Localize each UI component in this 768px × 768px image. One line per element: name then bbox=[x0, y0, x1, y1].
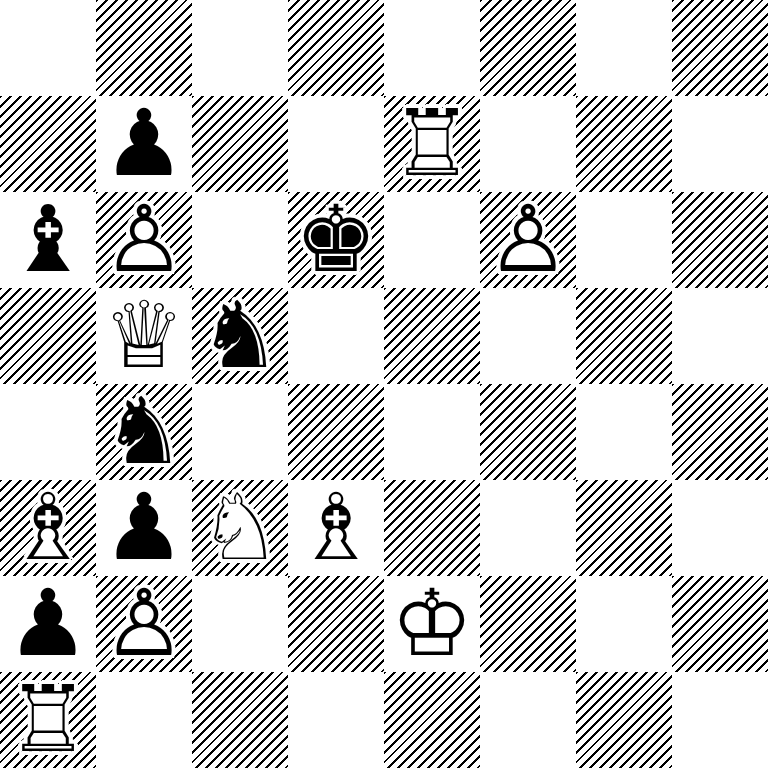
piece-black-pawn[interactable]: ♟♟ bbox=[96, 480, 192, 576]
piece-white-pawn[interactable]: ♟♙ bbox=[480, 192, 576, 288]
square-a4[interactable] bbox=[0, 384, 96, 480]
square-b7[interactable]: ♟♟ bbox=[96, 96, 192, 192]
piece-glyph: ♙ bbox=[480, 192, 576, 288]
square-e8[interactable] bbox=[384, 0, 480, 96]
square-g5[interactable] bbox=[576, 288, 672, 384]
piece-glyph: ♚ bbox=[288, 192, 384, 288]
square-e1[interactable] bbox=[384, 672, 480, 768]
square-h3[interactable] bbox=[672, 480, 768, 576]
piece-white-bishop[interactable]: ♝♗ bbox=[288, 480, 384, 576]
square-c7[interactable] bbox=[192, 96, 288, 192]
square-c2[interactable] bbox=[192, 576, 288, 672]
piece-white-king[interactable]: ♚♔ bbox=[384, 576, 480, 672]
piece-glyph: ♞ bbox=[96, 384, 192, 480]
piece-white-pawn[interactable]: ♟♙ bbox=[96, 576, 192, 672]
piece-glyph: ♘ bbox=[192, 480, 288, 576]
piece-black-king[interactable]: ♚♚ bbox=[288, 192, 384, 288]
square-g1[interactable] bbox=[576, 672, 672, 768]
square-b8[interactable] bbox=[96, 0, 192, 96]
piece-black-pawn[interactable]: ♟♟ bbox=[0, 576, 96, 672]
piece-glyph: ♖ bbox=[384, 96, 480, 192]
chess-board: ♟♟♜♖♝♝♟♙♚♚♟♙♛♕♞♞♞♞♝♗♟♟♞♘♝♗♟♟♟♙♚♔♜♖ bbox=[0, 0, 768, 768]
piece-black-knight[interactable]: ♞♞ bbox=[192, 288, 288, 384]
square-e2[interactable]: ♚♔ bbox=[384, 576, 480, 672]
piece-white-rook[interactable]: ♜♖ bbox=[384, 96, 480, 192]
square-c3[interactable]: ♞♘ bbox=[192, 480, 288, 576]
square-b4[interactable]: ♞♞ bbox=[96, 384, 192, 480]
piece-glyph: ♟ bbox=[0, 576, 96, 672]
square-a3[interactable]: ♝♗ bbox=[0, 480, 96, 576]
square-d2[interactable] bbox=[288, 576, 384, 672]
square-h5[interactable] bbox=[672, 288, 768, 384]
square-g2[interactable] bbox=[576, 576, 672, 672]
square-h1[interactable] bbox=[672, 672, 768, 768]
square-a5[interactable] bbox=[0, 288, 96, 384]
piece-glyph: ♙ bbox=[96, 576, 192, 672]
piece-white-bishop[interactable]: ♝♗ bbox=[0, 480, 96, 576]
piece-glyph: ♔ bbox=[384, 576, 480, 672]
piece-white-queen[interactable]: ♛♕ bbox=[96, 288, 192, 384]
square-b1[interactable] bbox=[96, 672, 192, 768]
square-a2[interactable]: ♟♟ bbox=[0, 576, 96, 672]
square-f3[interactable] bbox=[480, 480, 576, 576]
square-d5[interactable] bbox=[288, 288, 384, 384]
square-c4[interactable] bbox=[192, 384, 288, 480]
piece-glyph: ♙ bbox=[96, 192, 192, 288]
piece-white-pawn[interactable]: ♟♙ bbox=[96, 192, 192, 288]
square-a6[interactable]: ♝♝ bbox=[0, 192, 96, 288]
square-c6[interactable] bbox=[192, 192, 288, 288]
square-e3[interactable] bbox=[384, 480, 480, 576]
square-e5[interactable] bbox=[384, 288, 480, 384]
square-c8[interactable] bbox=[192, 0, 288, 96]
square-f5[interactable] bbox=[480, 288, 576, 384]
square-d8[interactable] bbox=[288, 0, 384, 96]
square-a7[interactable] bbox=[0, 96, 96, 192]
square-f2[interactable] bbox=[480, 576, 576, 672]
piece-glyph: ♞ bbox=[192, 288, 288, 384]
square-h2[interactable] bbox=[672, 576, 768, 672]
square-h7[interactable] bbox=[672, 96, 768, 192]
piece-glyph: ♕ bbox=[96, 288, 192, 384]
piece-black-knight[interactable]: ♞♞ bbox=[96, 384, 192, 480]
piece-white-rook[interactable]: ♜♖ bbox=[0, 672, 96, 768]
square-h6[interactable] bbox=[672, 192, 768, 288]
piece-glyph: ♝ bbox=[0, 192, 96, 288]
square-h4[interactable] bbox=[672, 384, 768, 480]
piece-black-pawn[interactable]: ♟♟ bbox=[96, 96, 192, 192]
square-g8[interactable] bbox=[576, 0, 672, 96]
piece-white-knight[interactable]: ♞♘ bbox=[192, 480, 288, 576]
square-e4[interactable] bbox=[384, 384, 480, 480]
square-d6[interactable]: ♚♚ bbox=[288, 192, 384, 288]
square-h8[interactable] bbox=[672, 0, 768, 96]
square-g3[interactable] bbox=[576, 480, 672, 576]
piece-glyph: ♗ bbox=[288, 480, 384, 576]
square-f1[interactable] bbox=[480, 672, 576, 768]
piece-black-bishop[interactable]: ♝♝ bbox=[0, 192, 96, 288]
chess-diagram: ♟♟♜♖♝♝♟♙♚♚♟♙♛♕♞♞♞♞♝♗♟♟♞♘♝♗♟♟♟♙♚♔♜♖ bbox=[0, 0, 768, 768]
square-d4[interactable] bbox=[288, 384, 384, 480]
square-d3[interactable]: ♝♗ bbox=[288, 480, 384, 576]
square-a8[interactable] bbox=[0, 0, 96, 96]
square-f4[interactable] bbox=[480, 384, 576, 480]
piece-glyph: ♟ bbox=[96, 480, 192, 576]
square-e6[interactable] bbox=[384, 192, 480, 288]
square-e7[interactable]: ♜♖ bbox=[384, 96, 480, 192]
square-g4[interactable] bbox=[576, 384, 672, 480]
square-a1[interactable]: ♜♖ bbox=[0, 672, 96, 768]
square-f8[interactable] bbox=[480, 0, 576, 96]
square-c5[interactable]: ♞♞ bbox=[192, 288, 288, 384]
square-g6[interactable] bbox=[576, 192, 672, 288]
square-c1[interactable] bbox=[192, 672, 288, 768]
piece-glyph: ♗ bbox=[0, 480, 96, 576]
square-b5[interactable]: ♛♕ bbox=[96, 288, 192, 384]
piece-glyph: ♟ bbox=[96, 96, 192, 192]
square-g7[interactable] bbox=[576, 96, 672, 192]
square-b6[interactable]: ♟♙ bbox=[96, 192, 192, 288]
square-b2[interactable]: ♟♙ bbox=[96, 576, 192, 672]
square-f6[interactable]: ♟♙ bbox=[480, 192, 576, 288]
square-b3[interactable]: ♟♟ bbox=[96, 480, 192, 576]
piece-glyph: ♖ bbox=[0, 672, 96, 768]
square-d1[interactable] bbox=[288, 672, 384, 768]
square-f7[interactable] bbox=[480, 96, 576, 192]
square-d7[interactable] bbox=[288, 96, 384, 192]
